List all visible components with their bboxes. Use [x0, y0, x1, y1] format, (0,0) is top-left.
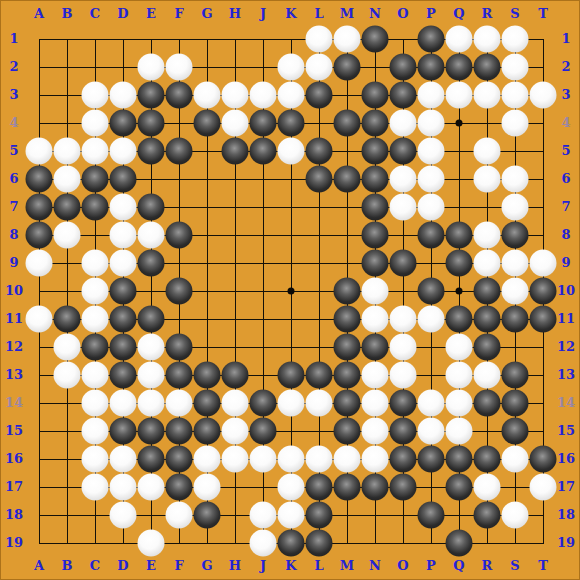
col-label-top-C: C [85, 6, 105, 22]
stone-white-N16[interactable] [362, 446, 389, 473]
stone-black-S11[interactable] [502, 306, 529, 333]
stone-black-L6[interactable] [306, 166, 333, 193]
stone-white-L2[interactable] [306, 54, 333, 81]
row-label-right-4: 4 [553, 115, 579, 131]
stone-black-D10[interactable] [110, 278, 137, 305]
stone-white-L1[interactable] [306, 26, 333, 53]
row-label-right-9: 9 [553, 255, 579, 271]
row-label-right-18: 18 [553, 507, 579, 523]
goban[interactable]: AABBCCDDEEFFGGHHJJKKLLMMNNOOPPQQRRSSTT11… [0, 0, 580, 580]
stone-black-M12[interactable] [334, 334, 361, 361]
stone-white-K3[interactable] [278, 82, 305, 109]
stone-white-H3[interactable] [222, 82, 249, 109]
col-label-bottom-N: N [365, 558, 385, 574]
col-label-top-P: P [421, 6, 441, 22]
stone-white-S1[interactable] [502, 26, 529, 53]
stone-white-D5[interactable] [110, 138, 137, 165]
stone-white-J16[interactable] [250, 446, 277, 473]
stone-white-O13[interactable] [390, 362, 417, 389]
stone-white-E13[interactable] [138, 362, 165, 389]
col-label-top-E: E [141, 6, 161, 22]
stone-white-R8[interactable] [474, 222, 501, 249]
stone-black-J5[interactable] [250, 138, 277, 165]
stone-black-F12[interactable] [166, 334, 193, 361]
col-label-bottom-F: F [169, 558, 189, 574]
stone-white-T3[interactable] [530, 82, 557, 109]
stone-white-M16[interactable] [334, 446, 361, 473]
stone-black-T10[interactable] [530, 278, 557, 305]
stone-white-C17[interactable] [82, 474, 109, 501]
stone-white-Q15[interactable] [446, 418, 473, 445]
stone-black-Q11[interactable] [446, 306, 473, 333]
stone-white-F2[interactable] [166, 54, 193, 81]
row-label-right-7: 7 [553, 199, 579, 215]
col-label-bottom-P: P [421, 558, 441, 574]
stone-black-E15[interactable] [138, 418, 165, 445]
stone-black-L18[interactable] [306, 502, 333, 529]
stone-black-F3[interactable] [166, 82, 193, 109]
row-label-right-2: 2 [553, 59, 579, 75]
stone-white-N11[interactable] [362, 306, 389, 333]
stone-black-A8[interactable] [26, 222, 53, 249]
stone-black-P8[interactable] [418, 222, 445, 249]
row-label-right-3: 3 [553, 87, 579, 103]
stone-white-M1[interactable] [334, 26, 361, 53]
stone-black-R12[interactable] [474, 334, 501, 361]
stone-black-L13[interactable] [306, 362, 333, 389]
col-label-bottom-K: K [281, 558, 301, 574]
stone-white-E12[interactable] [138, 334, 165, 361]
row-label-left-6: 6 [1, 171, 27, 187]
stone-black-T11[interactable] [530, 306, 557, 333]
stone-white-S16[interactable] [502, 446, 529, 473]
row-label-left-15: 15 [1, 423, 27, 439]
stone-white-D7[interactable] [110, 194, 137, 221]
stone-black-E7[interactable] [138, 194, 165, 221]
col-label-top-M: M [337, 6, 357, 22]
star-point-Q10 [456, 288, 463, 295]
stone-black-M6[interactable] [334, 166, 361, 193]
row-label-left-3: 3 [1, 87, 27, 103]
stone-black-R16[interactable] [474, 446, 501, 473]
stone-white-J18[interactable] [250, 502, 277, 529]
row-label-left-7: 7 [1, 199, 27, 215]
stone-black-G14[interactable] [194, 390, 221, 417]
stone-white-C13[interactable] [82, 362, 109, 389]
col-label-bottom-A: A [29, 558, 49, 574]
col-label-top-G: G [197, 6, 217, 22]
stone-white-Q12[interactable] [446, 334, 473, 361]
stone-white-C11[interactable] [82, 306, 109, 333]
stone-black-R10[interactable] [474, 278, 501, 305]
stone-black-M17[interactable] [334, 474, 361, 501]
stone-white-R1[interactable] [474, 26, 501, 53]
stone-white-K14[interactable] [278, 390, 305, 417]
col-label-top-A: A [29, 6, 49, 22]
stone-white-L16[interactable] [306, 446, 333, 473]
stone-black-D13[interactable] [110, 362, 137, 389]
stone-white-C14[interactable] [82, 390, 109, 417]
stone-black-G13[interactable] [194, 362, 221, 389]
stone-white-B12[interactable] [54, 334, 81, 361]
stone-white-C3[interactable] [82, 82, 109, 109]
stone-white-K18[interactable] [278, 502, 305, 529]
stone-black-J15[interactable] [250, 418, 277, 445]
row-label-left-16: 16 [1, 451, 27, 467]
stone-white-S2[interactable] [502, 54, 529, 81]
stone-black-P18[interactable] [418, 502, 445, 529]
stone-black-Q19[interactable] [446, 530, 473, 557]
stone-white-H14[interactable] [222, 390, 249, 417]
stone-black-N7[interactable] [362, 194, 389, 221]
row-label-right-17: 17 [553, 479, 579, 495]
stone-white-D9[interactable] [110, 250, 137, 277]
stone-black-N3[interactable] [362, 82, 389, 109]
stone-black-F5[interactable] [166, 138, 193, 165]
row-label-right-8: 8 [553, 227, 579, 243]
stone-black-R2[interactable] [474, 54, 501, 81]
row-label-left-12: 12 [1, 339, 27, 355]
stone-black-G4[interactable] [194, 110, 221, 137]
stone-white-G3[interactable] [194, 82, 221, 109]
stone-white-O4[interactable] [390, 110, 417, 137]
row-label-left-10: 10 [1, 283, 27, 299]
col-label-bottom-D: D [113, 558, 133, 574]
stone-black-N12[interactable] [362, 334, 389, 361]
stone-black-L19[interactable] [306, 530, 333, 557]
stone-black-C7[interactable] [82, 194, 109, 221]
stone-white-D8[interactable] [110, 222, 137, 249]
stone-white-S4[interactable] [502, 110, 529, 137]
col-label-top-R: R [477, 6, 497, 22]
stone-white-E8[interactable] [138, 222, 165, 249]
stone-black-F15[interactable] [166, 418, 193, 445]
stone-black-L17[interactable] [306, 474, 333, 501]
stone-white-C4[interactable] [82, 110, 109, 137]
stone-black-N17[interactable] [362, 474, 389, 501]
stone-black-L5[interactable] [306, 138, 333, 165]
stone-white-L14[interactable] [306, 390, 333, 417]
col-label-bottom-M: M [337, 558, 357, 574]
col-label-bottom-S: S [505, 558, 525, 574]
stone-white-C15[interactable] [82, 418, 109, 445]
stone-black-D15[interactable] [110, 418, 137, 445]
stone-white-N13[interactable] [362, 362, 389, 389]
star-point-Q4 [456, 120, 463, 127]
stone-white-H16[interactable] [222, 446, 249, 473]
stone-white-P6[interactable] [418, 166, 445, 193]
stone-black-O9[interactable] [390, 250, 417, 277]
stone-black-N4[interactable] [362, 110, 389, 137]
stone-black-O14[interactable] [390, 390, 417, 417]
col-label-bottom-E: E [141, 558, 161, 574]
row-label-right-12: 12 [553, 339, 579, 355]
stone-white-K2[interactable] [278, 54, 305, 81]
stone-white-O11[interactable] [390, 306, 417, 333]
col-label-top-H: H [225, 6, 245, 22]
col-label-top-F: F [169, 6, 189, 22]
col-label-top-O: O [393, 6, 413, 22]
stone-black-R11[interactable] [474, 306, 501, 333]
stone-white-E17[interactable] [138, 474, 165, 501]
stone-white-C5[interactable] [82, 138, 109, 165]
row-label-right-10: 10 [553, 283, 579, 299]
stone-black-C6[interactable] [82, 166, 109, 193]
stone-black-F8[interactable] [166, 222, 193, 249]
stone-white-F18[interactable] [166, 502, 193, 529]
stone-white-O6[interactable] [390, 166, 417, 193]
stone-black-M14[interactable] [334, 390, 361, 417]
stone-black-F16[interactable] [166, 446, 193, 473]
stone-black-R18[interactable] [474, 502, 501, 529]
stone-black-G15[interactable] [194, 418, 221, 445]
stone-white-S6[interactable] [502, 166, 529, 193]
stone-black-O5[interactable] [390, 138, 417, 165]
col-label-top-B: B [57, 6, 77, 22]
stone-black-K13[interactable] [278, 362, 305, 389]
stone-black-J4[interactable] [250, 110, 277, 137]
stone-white-C9[interactable] [82, 250, 109, 277]
stone-white-D17[interactable] [110, 474, 137, 501]
col-label-top-J: J [253, 6, 273, 22]
stone-black-D11[interactable] [110, 306, 137, 333]
stone-white-R17[interactable] [474, 474, 501, 501]
stone-white-P3[interactable] [418, 82, 445, 109]
row-label-left-4: 4 [1, 115, 27, 131]
stone-white-D18[interactable] [110, 502, 137, 529]
stone-black-F17[interactable] [166, 474, 193, 501]
stone-black-K19[interactable] [278, 530, 305, 557]
stone-black-O15[interactable] [390, 418, 417, 445]
stone-black-R14[interactable] [474, 390, 501, 417]
stone-black-S8[interactable] [502, 222, 529, 249]
stone-black-O3[interactable] [390, 82, 417, 109]
stone-black-E11[interactable] [138, 306, 165, 333]
stone-white-Q3[interactable] [446, 82, 473, 109]
stone-black-M15[interactable] [334, 418, 361, 445]
row-label-right-15: 15 [553, 423, 579, 439]
stone-white-B8[interactable] [54, 222, 81, 249]
stone-white-H4[interactable] [222, 110, 249, 137]
stone-white-R13[interactable] [474, 362, 501, 389]
stone-white-R3[interactable] [474, 82, 501, 109]
stone-black-F13[interactable] [166, 362, 193, 389]
row-label-left-18: 18 [1, 507, 27, 523]
stone-white-T17[interactable] [530, 474, 557, 501]
col-label-top-K: K [281, 6, 301, 22]
col-label-bottom-B: B [57, 558, 77, 574]
stone-white-S18[interactable] [502, 502, 529, 529]
stone-white-R6[interactable] [474, 166, 501, 193]
stone-white-P11[interactable] [418, 306, 445, 333]
stone-black-P10[interactable] [418, 278, 445, 305]
row-label-right-14: 14 [553, 395, 579, 411]
stone-white-D16[interactable] [110, 446, 137, 473]
stone-black-F10[interactable] [166, 278, 193, 305]
row-label-left-2: 2 [1, 59, 27, 75]
stone-white-E19[interactable] [138, 530, 165, 557]
stone-black-P16[interactable] [418, 446, 445, 473]
row-label-left-17: 17 [1, 479, 27, 495]
stone-black-M2[interactable] [334, 54, 361, 81]
col-label-top-N: N [365, 6, 385, 22]
stone-black-D12[interactable] [110, 334, 137, 361]
stone-black-O17[interactable] [390, 474, 417, 501]
row-label-right-1: 1 [553, 31, 579, 47]
col-label-bottom-O: O [393, 558, 413, 574]
stone-white-P4[interactable] [418, 110, 445, 137]
stone-white-Q1[interactable] [446, 26, 473, 53]
stone-black-A6[interactable] [26, 166, 53, 193]
stone-white-P14[interactable] [418, 390, 445, 417]
stone-white-E14[interactable] [138, 390, 165, 417]
col-label-top-L: L [309, 6, 329, 22]
stone-black-O16[interactable] [390, 446, 417, 473]
stone-white-P7[interactable] [418, 194, 445, 221]
stone-white-R5[interactable] [474, 138, 501, 165]
row-label-left-5: 5 [1, 143, 27, 159]
stone-black-D6[interactable] [110, 166, 137, 193]
stone-black-Q16[interactable] [446, 446, 473, 473]
stone-black-A7[interactable] [26, 194, 53, 221]
stone-black-M10[interactable] [334, 278, 361, 305]
stone-white-P15[interactable] [418, 418, 445, 445]
stone-black-E3[interactable] [138, 82, 165, 109]
stone-black-B11[interactable] [54, 306, 81, 333]
stone-white-J19[interactable] [250, 530, 277, 557]
stone-white-D3[interactable] [110, 82, 137, 109]
stone-white-R9[interactable] [474, 250, 501, 277]
stone-black-O2[interactable] [390, 54, 417, 81]
stone-white-K17[interactable] [278, 474, 305, 501]
row-label-left-9: 9 [1, 255, 27, 271]
stone-black-S15[interactable] [502, 418, 529, 445]
row-label-left-8: 8 [1, 227, 27, 243]
stone-black-P1[interactable] [418, 26, 445, 53]
stone-black-S13[interactable] [502, 362, 529, 389]
star-point-K10 [288, 288, 295, 295]
stone-black-B7[interactable] [54, 194, 81, 221]
stone-black-T16[interactable] [530, 446, 557, 473]
stone-black-K4[interactable] [278, 110, 305, 137]
stone-white-G16[interactable] [194, 446, 221, 473]
stone-white-S9[interactable] [502, 250, 529, 277]
col-label-bottom-R: R [477, 558, 497, 574]
row-label-right-5: 5 [553, 143, 579, 159]
stone-white-O12[interactable] [390, 334, 417, 361]
row-label-left-1: 1 [1, 31, 27, 47]
stone-black-P2[interactable] [418, 54, 445, 81]
col-label-bottom-T: T [533, 558, 553, 574]
row-label-left-14: 14 [1, 395, 27, 411]
stone-white-N10[interactable] [362, 278, 389, 305]
stone-black-E16[interactable] [138, 446, 165, 473]
col-label-bottom-Q: Q [449, 558, 469, 574]
stone-white-G17[interactable] [194, 474, 221, 501]
row-label-left-19: 19 [1, 535, 27, 551]
stone-white-A5[interactable] [26, 138, 53, 165]
row-label-right-11: 11 [553, 311, 579, 327]
col-label-top-D: D [113, 6, 133, 22]
stone-white-B5[interactable] [54, 138, 81, 165]
col-label-bottom-H: H [225, 558, 245, 574]
col-label-top-S: S [505, 6, 525, 22]
col-label-bottom-J: J [253, 558, 273, 574]
stone-white-F14[interactable] [166, 390, 193, 417]
row-label-left-11: 11 [1, 311, 27, 327]
col-label-top-T: T [533, 6, 553, 22]
stone-white-A9[interactable] [26, 250, 53, 277]
stone-black-M13[interactable] [334, 362, 361, 389]
stone-black-M4[interactable] [334, 110, 361, 137]
stone-white-D14[interactable] [110, 390, 137, 417]
stone-white-C16[interactable] [82, 446, 109, 473]
row-label-right-19: 19 [553, 535, 579, 551]
row-label-right-6: 6 [553, 171, 579, 187]
stone-black-L3[interactable] [306, 82, 333, 109]
stone-white-C10[interactable] [82, 278, 109, 305]
stone-black-N5[interactable] [362, 138, 389, 165]
stone-black-C12[interactable] [82, 334, 109, 361]
stone-black-Q17[interactable] [446, 474, 473, 501]
stone-white-N14[interactable] [362, 390, 389, 417]
stone-white-Q13[interactable] [446, 362, 473, 389]
stone-white-E2[interactable] [138, 54, 165, 81]
stone-black-H13[interactable] [222, 362, 249, 389]
stone-white-B6[interactable] [54, 166, 81, 193]
stone-black-N9[interactable] [362, 250, 389, 277]
stone-white-K5[interactable] [278, 138, 305, 165]
stone-black-G18[interactable] [194, 502, 221, 529]
stone-white-S3[interactable] [502, 82, 529, 109]
stone-white-S10[interactable] [502, 278, 529, 305]
row-label-right-16: 16 [553, 451, 579, 467]
stone-black-N1[interactable] [362, 26, 389, 53]
col-label-bottom-G: G [197, 558, 217, 574]
stone-white-T9[interactable] [530, 250, 557, 277]
stone-black-D4[interactable] [110, 110, 137, 137]
stone-white-P5[interactable] [418, 138, 445, 165]
stone-black-E5[interactable] [138, 138, 165, 165]
stone-black-Q9[interactable] [446, 250, 473, 277]
stone-white-K16[interactable] [278, 446, 305, 473]
col-label-bottom-C: C [85, 558, 105, 574]
stone-black-J14[interactable] [250, 390, 277, 417]
row-label-right-13: 13 [553, 367, 579, 383]
stone-white-N15[interactable] [362, 418, 389, 445]
col-label-bottom-L: L [309, 558, 329, 574]
stone-white-H15[interactable] [222, 418, 249, 445]
row-label-left-13: 13 [1, 367, 27, 383]
stone-black-E9[interactable] [138, 250, 165, 277]
stone-black-N6[interactable] [362, 166, 389, 193]
stone-black-Q8[interactable] [446, 222, 473, 249]
stone-black-H5[interactable] [222, 138, 249, 165]
stone-white-A11[interactable] [26, 306, 53, 333]
stone-black-S14[interactable] [502, 390, 529, 417]
stone-black-E4[interactable] [138, 110, 165, 137]
stone-white-O7[interactable] [390, 194, 417, 221]
stone-black-N8[interactable] [362, 222, 389, 249]
stone-white-S7[interactable] [502, 194, 529, 221]
stone-white-B13[interactable] [54, 362, 81, 389]
stone-black-Q2[interactable] [446, 54, 473, 81]
stone-black-M11[interactable] [334, 306, 361, 333]
stone-white-J3[interactable] [250, 82, 277, 109]
stone-white-Q14[interactable] [446, 390, 473, 417]
col-label-top-Q: Q [449, 6, 469, 22]
